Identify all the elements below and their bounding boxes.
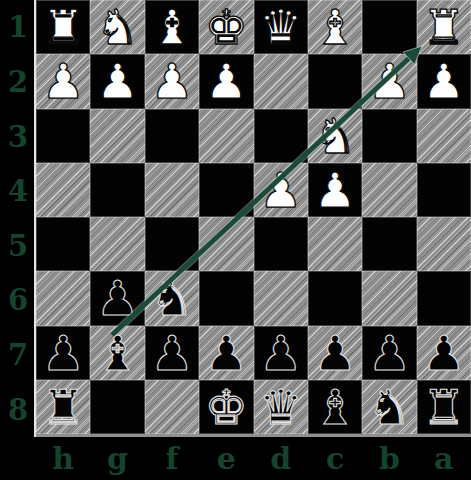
white-pawn-a2[interactable]: ♟: [422, 57, 465, 105]
black-queen-d8[interactable]: ♛: [259, 383, 302, 431]
white-pawn-b2[interactable]: ♟: [368, 57, 411, 105]
black-rook-a8[interactable]: ♜: [422, 383, 465, 431]
black-pawn-c7[interactable]: ♟: [314, 329, 357, 377]
black-bishop-c8[interactable]: ♝: [314, 383, 357, 431]
black-pawn-d7[interactable]: ♟: [259, 329, 302, 377]
white-knight-g1[interactable]: ♞: [96, 3, 139, 51]
rank-label-5: 5: [0, 219, 36, 274]
square-f3[interactable]: [145, 109, 199, 163]
square-e7[interactable]: ♟: [199, 326, 253, 380]
square-d4[interactable]: ♟: [254, 163, 308, 217]
black-pawn-f7[interactable]: ♟: [150, 329, 193, 377]
white-queen-d1[interactable]: ♛: [259, 3, 302, 51]
square-b3[interactable]: [362, 109, 416, 163]
square-a2[interactable]: ♟: [417, 54, 471, 108]
rank-label-4: 4: [0, 164, 36, 219]
square-c8[interactable]: ♝: [308, 380, 362, 434]
square-a3[interactable]: [417, 109, 471, 163]
rank-labels: 12345678: [0, 0, 36, 437]
rank-label-2: 2: [0, 55, 36, 110]
square-c1[interactable]: ♝: [308, 0, 362, 54]
square-b6[interactable]: [362, 271, 416, 325]
file-label-d: d: [254, 437, 308, 480]
square-g7[interactable]: ♝: [90, 326, 144, 380]
square-f2[interactable]: ♟: [145, 54, 199, 108]
square-c5[interactable]: [308, 217, 362, 271]
square-d8[interactable]: ♛: [254, 380, 308, 434]
file-label-a: a: [417, 437, 471, 480]
square-a4[interactable]: [417, 163, 471, 217]
file-label-h: h: [36, 437, 90, 480]
white-pawn-d4[interactable]: ♟: [259, 166, 302, 214]
white-bishop-f1[interactable]: ♝: [150, 3, 193, 51]
square-h4[interactable]: [36, 163, 90, 217]
white-king-e1[interactable]: ♚: [205, 3, 248, 51]
square-c7[interactable]: ♟: [308, 326, 362, 380]
chess-board-diagram: 12345678 ♜♞♝♚♛♝♜♟♟♟♟♟♟♞♟♟♟♞♟♝♟♟♟♟♟♟♜♚♛♝♞…: [0, 0, 471, 480]
black-king-e8[interactable]: ♚: [205, 383, 248, 431]
file-labels: hgfedcba: [36, 437, 471, 480]
square-c6[interactable]: [308, 271, 362, 325]
square-f7[interactable]: ♟: [145, 326, 199, 380]
file-label-g: g: [90, 437, 144, 480]
square-g6[interactable]: ♟: [90, 271, 144, 325]
black-rook-h8[interactable]: ♜: [42, 383, 85, 431]
square-a1[interactable]: ♜: [417, 0, 471, 54]
square-h5[interactable]: [36, 217, 90, 271]
white-pawn-h2[interactable]: ♟: [42, 57, 85, 105]
square-b1[interactable]: [362, 0, 416, 54]
square-h6[interactable]: [36, 271, 90, 325]
square-h3[interactable]: [36, 109, 90, 163]
square-a5[interactable]: [417, 217, 471, 271]
square-h8[interactable]: ♜: [36, 380, 90, 434]
black-pawn-b7[interactable]: ♟: [368, 329, 411, 377]
square-e4[interactable]: [199, 163, 253, 217]
square-a6[interactable]: [417, 271, 471, 325]
file-label-f: f: [145, 437, 199, 480]
square-d6[interactable]: [254, 271, 308, 325]
square-d5[interactable]: [254, 217, 308, 271]
white-rook-h1[interactable]: ♜: [42, 3, 85, 51]
black-pawn-g6[interactable]: ♟: [96, 274, 139, 322]
square-e1[interactable]: ♚: [199, 0, 253, 54]
square-b4[interactable]: [362, 163, 416, 217]
square-b8[interactable]: ♞: [362, 380, 416, 434]
rank-label-7: 7: [0, 328, 36, 383]
black-knight-f6[interactable]: ♞: [150, 274, 193, 322]
white-pawn-f2[interactable]: ♟: [150, 57, 193, 105]
square-e6[interactable]: [199, 271, 253, 325]
square-g1[interactable]: ♞: [90, 0, 144, 54]
file-label-e: e: [199, 437, 253, 480]
white-pawn-c4[interactable]: ♟: [314, 166, 357, 214]
square-a7[interactable]: ♟: [417, 326, 471, 380]
square-d1[interactable]: ♛: [254, 0, 308, 54]
square-h1[interactable]: ♜: [36, 0, 90, 54]
rank-label-8: 8: [0, 382, 36, 437]
white-knight-c3[interactable]: ♞: [314, 112, 357, 160]
square-h2[interactable]: ♟: [36, 54, 90, 108]
square-d7[interactable]: ♟: [254, 326, 308, 380]
file-label-b: b: [362, 437, 416, 480]
rank-label-3: 3: [0, 109, 36, 164]
file-label-c: c: [308, 437, 362, 480]
white-pawn-e2[interactable]: ♟: [205, 57, 248, 105]
square-f4[interactable]: [145, 163, 199, 217]
white-bishop-c1[interactable]: ♝: [314, 3, 357, 51]
square-d2[interactable]: [254, 54, 308, 108]
square-a8[interactable]: ♜: [417, 380, 471, 434]
square-e3[interactable]: [199, 109, 253, 163]
square-g3[interactable]: [90, 109, 144, 163]
square-g5[interactable]: [90, 217, 144, 271]
white-rook-a1[interactable]: ♜: [422, 3, 465, 51]
square-g4[interactable]: [90, 163, 144, 217]
square-g8[interactable]: [90, 380, 144, 434]
square-c2[interactable]: [308, 54, 362, 108]
rank-label-6: 6: [0, 273, 36, 328]
black-pawn-e7[interactable]: ♟: [205, 329, 248, 377]
black-knight-b8[interactable]: ♞: [368, 383, 411, 431]
black-pawn-a7[interactable]: ♟: [422, 329, 465, 377]
square-f6[interactable]: ♞: [145, 271, 199, 325]
square-f5[interactable]: [145, 217, 199, 271]
black-pawn-h7[interactable]: ♟: [42, 329, 85, 377]
square-b2[interactable]: ♟: [362, 54, 416, 108]
square-e5[interactable]: [199, 217, 253, 271]
square-d3[interactable]: [254, 109, 308, 163]
square-c3[interactable]: ♞: [308, 109, 362, 163]
rank-label-1: 1: [0, 0, 36, 55]
black-bishop-g7[interactable]: ♝: [96, 329, 139, 377]
square-f8[interactable]: [145, 380, 199, 434]
square-f1[interactable]: ♝: [145, 0, 199, 54]
square-g2[interactable]: ♟: [90, 54, 144, 108]
square-e2[interactable]: ♟: [199, 54, 253, 108]
white-pawn-g2[interactable]: ♟: [96, 57, 139, 105]
square-b7[interactable]: ♟: [362, 326, 416, 380]
square-b5[interactable]: [362, 217, 416, 271]
square-c4[interactable]: ♟: [308, 163, 362, 217]
square-h7[interactable]: ♟: [36, 326, 90, 380]
chess-board: ♜♞♝♚♛♝♜♟♟♟♟♟♟♞♟♟♟♞♟♝♟♟♟♟♟♟♜♚♛♝♞♜: [36, 0, 471, 437]
square-e8[interactable]: ♚: [199, 380, 253, 434]
